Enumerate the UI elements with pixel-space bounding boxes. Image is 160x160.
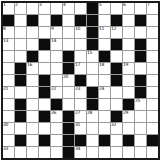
cell-r6c3[interactable]: 16 — [27, 63, 38, 74]
cell-r11c5[interactable] — [51, 123, 62, 134]
black-cell-r1c8 — [87, 3, 98, 14]
black-cell-r12c6 — [63, 135, 74, 146]
clue-number: 3 — [39, 2, 42, 7]
cell-r4c6[interactable] — [63, 39, 74, 50]
cell-r3c7[interactable]: 10 — [75, 27, 86, 38]
cell-r5c4[interactable] — [39, 51, 50, 62]
clue-number: 29 — [123, 110, 128, 115]
black-cell-r4c4 — [39, 39, 50, 50]
clue-number: 24 — [99, 86, 104, 91]
cell-r11c1[interactable]: 30 — [3, 123, 14, 134]
clue-number: 28 — [87, 110, 92, 115]
clue-number: 1 — [3, 2, 6, 7]
cell-r4c7[interactable] — [75, 39, 86, 50]
cell-r9c9[interactable] — [99, 99, 110, 110]
cell-r5c13[interactable] — [147, 51, 158, 62]
cell-r2c11[interactable] — [123, 15, 134, 26]
clue-number: 12 — [111, 26, 116, 31]
black-cell-r10c10 — [111, 111, 122, 122]
clue-number: 19 — [123, 62, 128, 67]
crossword-page: 1234567891011121314151617181920212223242… — [0, 0, 160, 160]
cell-r4c1[interactable]: 13 — [3, 39, 14, 50]
cell-r13c8[interactable] — [87, 147, 98, 158]
cell-r5c11[interactable] — [123, 51, 134, 62]
black-cell-r5c6 — [63, 51, 74, 62]
clue-number: 2 — [15, 2, 18, 7]
cell-r6c4[interactable] — [39, 63, 50, 74]
black-cell-r7c10 — [111, 75, 122, 86]
cell-r6c8[interactable] — [87, 63, 98, 74]
cell-r1c9[interactable]: 5 — [99, 3, 110, 14]
cell-r1c6[interactable]: 4 — [63, 3, 74, 14]
black-cell-r4c10 — [111, 39, 122, 50]
cell-r3c13[interactable] — [147, 27, 158, 38]
clue-number: 8 — [3, 26, 6, 31]
black-cell-r7c12 — [135, 75, 146, 86]
clue-number: 10 — [75, 26, 80, 31]
cell-r6c11[interactable]: 19 — [123, 63, 134, 74]
black-cell-r6c6 — [63, 63, 74, 74]
cell-r8c10[interactable] — [111, 87, 122, 98]
black-cell-r12c11 — [123, 135, 134, 146]
cell-r9c1[interactable] — [3, 99, 14, 110]
cell-r10c3[interactable] — [27, 111, 38, 122]
cell-r8c7[interactable]: 23 — [75, 87, 86, 98]
cell-r8c13[interactable] — [147, 87, 158, 98]
cell-r6c9[interactable]: 18 — [99, 63, 110, 74]
black-cell-r5c3 — [27, 51, 38, 62]
cell-r10c13[interactable] — [147, 111, 158, 122]
black-cell-r8c4 — [39, 87, 50, 98]
cell-r11c12[interactable] — [135, 123, 146, 134]
cell-r2c2[interactable] — [15, 15, 26, 26]
cell-r9c6[interactable] — [63, 99, 74, 110]
cell-r1c7[interactable] — [75, 3, 86, 14]
cell-r6c12[interactable] — [135, 63, 146, 74]
cell-r5c8[interactable]: 15 — [87, 51, 98, 62]
clue-number: 7 — [147, 2, 150, 7]
cell-r11c8[interactable] — [87, 123, 98, 134]
clue-number: 17 — [75, 62, 80, 67]
cell-r6c5[interactable] — [51, 63, 62, 74]
black-cell-r2c10 — [111, 15, 122, 26]
cell-r4c11[interactable] — [123, 39, 134, 50]
cell-r1c1[interactable]: 1 — [3, 3, 14, 14]
cell-r12c12[interactable] — [135, 135, 146, 146]
cell-r1c13[interactable]: 7 — [147, 3, 158, 14]
cell-r7c8[interactable] — [87, 75, 98, 86]
cell-r13c7[interactable]: 34 — [75, 147, 86, 158]
clue-number: 20 — [63, 74, 68, 79]
cell-r12c10[interactable] — [111, 135, 122, 146]
cell-r1c11[interactable]: 6 — [123, 3, 134, 14]
cell-r1c3[interactable] — [27, 3, 38, 14]
cell-r10c8[interactable]: 28 — [87, 111, 98, 122]
cell-r13c1[interactable]: 33 — [3, 147, 14, 158]
cell-r1c2[interactable]: 2 — [15, 3, 26, 14]
cell-r6c7[interactable]: 17 — [75, 63, 86, 74]
cell-r13c13[interactable] — [147, 147, 158, 158]
cell-r13c3[interactable] — [27, 147, 38, 158]
cell-r9c4[interactable] — [39, 99, 50, 110]
clue-number: 9 — [51, 26, 54, 31]
black-cell-r7c4 — [39, 75, 50, 86]
clue-number: 21 — [3, 86, 8, 91]
clue-number: 27 — [75, 110, 80, 115]
cell-r12c1[interactable] — [3, 135, 14, 146]
black-cell-r2c1 — [3, 15, 14, 26]
cell-r10c9[interactable] — [99, 111, 110, 122]
cell-r3c11[interactable] — [123, 27, 134, 38]
cell-r11c13[interactable] — [147, 123, 158, 134]
cell-r8c6[interactable] — [63, 87, 74, 98]
cell-r3c9[interactable]: 11 — [99, 27, 110, 38]
cell-r9c10[interactable] — [111, 99, 122, 110]
cell-r7c5[interactable] — [51, 75, 62, 86]
black-cell-r8c12 — [135, 87, 146, 98]
cell-r13c12[interactable] — [135, 147, 146, 158]
cell-r12c8[interactable] — [87, 135, 98, 146]
black-cell-r13c6 — [63, 147, 74, 158]
black-cell-r2c5 — [51, 15, 62, 26]
clue-number: 34 — [75, 146, 80, 151]
cell-r2c4[interactable] — [39, 15, 50, 26]
cell-r13c10[interactable] — [111, 147, 122, 158]
cell-r12c5[interactable] — [51, 135, 62, 146]
cell-r11c9[interactable] — [99, 123, 110, 134]
cell-r3c2[interactable] — [15, 27, 26, 38]
cell-r13c11[interactable] — [123, 147, 134, 158]
black-cell-r2c12 — [135, 15, 146, 26]
cell-r10c11[interactable]: 29 — [123, 111, 134, 122]
clue-number: 11 — [99, 26, 104, 31]
cell-r4c2[interactable] — [15, 39, 26, 50]
cell-r13c5[interactable] — [51, 147, 62, 158]
black-cell-r6c2 — [15, 63, 26, 74]
cell-r1c5[interactable] — [51, 3, 62, 14]
black-cell-r10c2 — [15, 111, 26, 122]
cell-r10c5[interactable]: 26 — [51, 111, 62, 122]
cell-r4c13[interactable] — [147, 39, 158, 50]
clue-number: 13 — [3, 38, 8, 43]
cell-r8c9[interactable]: 24 — [99, 87, 110, 98]
crossword-grid: 1234567891011121314151617181920212223242… — [1, 1, 160, 160]
black-cell-r2c7 — [75, 15, 86, 26]
cell-r5c5[interactable] — [51, 51, 62, 62]
cell-r7c11[interactable] — [123, 75, 134, 86]
clue-number: 26 — [51, 110, 56, 115]
cell-r13c9[interactable] — [99, 147, 110, 158]
black-cell-r8c8 — [87, 87, 98, 98]
black-cell-r9c5 — [51, 99, 62, 110]
black-cell-r12c9 — [99, 135, 110, 146]
black-cell-r7c7 — [75, 75, 86, 86]
black-cell-r12c13 — [147, 135, 158, 146]
cell-r11c7[interactable]: 31 — [75, 123, 86, 134]
clue-number: 33 — [3, 146, 8, 151]
cell-r11c2[interactable] — [15, 123, 26, 134]
cell-r13c2[interactable] — [15, 147, 26, 158]
cell-r11c3[interactable] — [27, 123, 38, 134]
cell-r3c12[interactable] — [135, 27, 146, 38]
cell-r6c13[interactable] — [147, 63, 158, 74]
cell-r7c1[interactable] — [3, 75, 14, 86]
cell-r6c1[interactable] — [3, 63, 14, 74]
clue-number: 32 — [111, 122, 116, 127]
cell-r9c13[interactable] — [147, 99, 158, 110]
clue-number: 30 — [3, 122, 8, 127]
cell-r5c2[interactable] — [15, 51, 26, 62]
clue-number: 23 — [75, 86, 80, 91]
cell-r8c2[interactable] — [15, 87, 26, 98]
black-cell-r9c8 — [87, 99, 98, 110]
cell-r7c9[interactable] — [99, 75, 110, 86]
cell-r3c10[interactable]: 12 — [111, 27, 122, 38]
cell-r9c7[interactable] — [75, 99, 86, 110]
black-cell-r12c2 — [15, 135, 26, 146]
clue-number: 16 — [27, 62, 32, 67]
cell-r3c5[interactable]: 9 — [51, 27, 62, 38]
cell-r11c11[interactable] — [123, 123, 134, 134]
cell-r8c3[interactable] — [27, 87, 38, 98]
cell-r4c5[interactable]: 14 — [51, 39, 62, 50]
cell-r13c4[interactable] — [39, 147, 50, 158]
cell-r4c3[interactable] — [27, 39, 38, 50]
cell-r10c7[interactable]: 27 — [75, 111, 86, 122]
black-cell-r2c3 — [27, 15, 38, 26]
cell-r5c1[interactable] — [3, 51, 14, 62]
cell-r2c6[interactable] — [63, 15, 74, 26]
clue-number: 18 — [99, 62, 104, 67]
cell-r2c13[interactable] — [147, 15, 158, 26]
cell-r10c12[interactable] — [135, 111, 146, 122]
clue-number: 6 — [123, 2, 126, 7]
cell-r5c10[interactable] — [111, 51, 122, 62]
cell-r1c4[interactable]: 3 — [39, 3, 50, 14]
black-cell-r2c8 — [87, 15, 98, 26]
black-cell-r5c12 — [135, 51, 146, 62]
black-cell-r5c9 — [99, 51, 110, 62]
cell-r11c4[interactable] — [39, 123, 50, 134]
black-cell-r10c4 — [39, 111, 50, 122]
cell-r12c3[interactable] — [27, 135, 38, 146]
cell-r7c13[interactable] — [147, 75, 158, 86]
clue-number: 15 — [87, 50, 92, 55]
cell-r3c3[interactable] — [27, 27, 38, 38]
black-cell-r10c6 — [63, 111, 74, 122]
clue-number: 14 — [51, 38, 56, 43]
clue-number: 5 — [99, 2, 102, 7]
cell-r4c9[interactable] — [99, 39, 110, 50]
black-cell-r7c2 — [15, 75, 26, 86]
cell-r7c6[interactable]: 20 — [63, 75, 74, 86]
cell-r7c3[interactable] — [27, 75, 38, 86]
cell-r8c11[interactable] — [123, 87, 134, 98]
clue-number: 4 — [63, 2, 66, 7]
cell-r1c10[interactable] — [111, 3, 122, 14]
cell-r1c12[interactable] — [135, 3, 146, 14]
black-cell-r3c8 — [87, 27, 98, 38]
cell-r10c1[interactable] — [3, 111, 14, 122]
black-cell-r12c4 — [39, 135, 50, 146]
cell-r11c10[interactable]: 32 — [111, 123, 122, 134]
cell-r8c1[interactable]: 21 — [3, 87, 14, 98]
black-cell-r4c12 — [135, 39, 146, 50]
cell-r3c6[interactable] — [63, 27, 74, 38]
clue-number: 25 — [135, 98, 140, 103]
cell-r5c7[interactable] — [75, 51, 86, 62]
black-cell-r4c8 — [87, 39, 98, 50]
clue-number: 31 — [75, 122, 80, 127]
cell-r3c1[interactable]: 8 — [3, 27, 14, 38]
black-cell-r12c7 — [75, 135, 86, 146]
cell-r2c9[interactable] — [99, 15, 110, 26]
black-cell-r9c11 — [123, 99, 134, 110]
cell-r8c5[interactable]: 22 — [51, 87, 62, 98]
cell-r9c12[interactable]: 25 — [135, 99, 146, 110]
cell-r9c3[interactable] — [27, 99, 38, 110]
black-cell-r6c10 — [111, 63, 122, 74]
black-cell-r11c6 — [63, 123, 74, 134]
black-cell-r9c2 — [15, 99, 26, 110]
clue-number: 22 — [51, 86, 56, 91]
cell-r3c4[interactable] — [39, 27, 50, 38]
